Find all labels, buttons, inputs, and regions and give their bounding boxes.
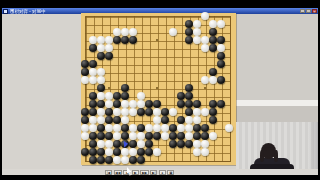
stone-black[interactable] [177,116,185,124]
nav-button-1[interactable]: |◀ [105,170,112,175]
stone-white[interactable] [161,124,169,132]
stone-white[interactable] [129,148,137,156]
stone-white[interactable] [105,124,113,132]
nav-button-4[interactable]: ▶ [132,170,139,175]
stone-black[interactable] [97,148,105,156]
stone-white[interactable] [169,108,177,116]
nav-button-row: |◀◀◀◀▶▶▶▶|●▣ [105,170,174,175]
stone-black[interactable] [89,132,97,140]
stone-white[interactable] [113,108,121,116]
stone-black[interactable] [81,68,89,76]
stone-black[interactable] [153,100,161,108]
stone-black[interactable] [129,140,137,148]
stone-black[interactable] [105,156,113,164]
window-title: 围棋对弈 - 对局中 [10,9,46,14]
stone-black[interactable] [169,140,177,148]
stone-black[interactable] [177,140,185,148]
stone-white[interactable] [97,92,105,100]
stone-black[interactable] [89,148,97,156]
stone-white[interactable] [153,108,161,116]
stone-white[interactable] [97,108,105,116]
stone-white[interactable] [129,124,137,132]
stone-black[interactable] [113,116,121,124]
webcam-hair-right [274,150,278,162]
stone-white[interactable] [153,124,161,132]
stone-white[interactable] [105,140,113,148]
stone-white[interactable] [137,132,145,140]
stone-black[interactable] [105,116,113,124]
stone-black[interactable] [89,92,97,100]
stone-black[interactable] [81,116,89,124]
stone-white[interactable] [185,132,193,140]
app-icon [3,9,8,14]
stone-white[interactable] [105,148,113,156]
board-stones-grid[interactable] [81,12,233,164]
stone-black[interactable] [81,108,89,116]
stone-black[interactable] [185,36,193,44]
stone-white[interactable] [97,44,105,52]
stone-white[interactable] [193,36,201,44]
stone-black[interactable] [89,140,97,148]
hoshi-point [156,39,158,41]
stone-black[interactable] [105,108,113,116]
stone-black[interactable] [97,100,105,108]
stone-white[interactable] [201,148,209,156]
stone-white[interactable] [97,140,105,148]
nav-button-6[interactable]: ▶| [150,170,157,175]
stone-white[interactable] [169,28,177,36]
stone-white[interactable] [113,124,121,132]
stone-white[interactable] [201,108,209,116]
stone-black[interactable] [217,52,225,60]
app-window: |◀◀◀◀▶▶▶▶|●▣ [2,14,318,175]
nav-button-5[interactable]: ▶▶ [140,170,148,175]
stone-white[interactable] [105,36,113,44]
stone-white[interactable] [113,156,121,164]
stone-black[interactable] [97,124,105,132]
stone-black[interactable] [209,108,217,116]
stone-white[interactable] [89,36,97,44]
maximize-button[interactable]: □ [306,9,311,14]
stone-black[interactable] [89,108,97,116]
stone-black[interactable] [137,124,145,132]
stone-black[interactable] [185,100,193,108]
webcam-overlay [236,122,318,175]
stone-white[interactable] [193,140,201,148]
stone-black[interactable] [209,116,217,124]
stone-white[interactable] [161,132,169,140]
stone-white[interactable] [209,76,217,84]
stone-white[interactable] [137,92,145,100]
stone-black[interactable] [193,124,201,132]
stone-white[interactable] [145,124,153,132]
stone-white[interactable] [137,100,145,108]
stone-black[interactable] [217,36,225,44]
stone-black[interactable] [97,132,105,140]
video-frame: 围棋对弈 - 对局中 ─ □ ✕ |◀◀◀◀▶▶▶▶|●▣ [0,0,320,180]
stone-white[interactable] [201,76,209,84]
stone-black[interactable] [97,156,105,164]
stone-white[interactable] [81,124,89,132]
stone-black[interactable] [129,36,137,44]
stone-black[interactable] [177,100,185,108]
hoshi-point [108,87,110,89]
stone-black[interactable] [209,100,217,108]
stone-black[interactable] [169,124,177,132]
stone-black[interactable] [193,100,201,108]
stone-black[interactable] [185,140,193,148]
stone-white[interactable] [193,148,201,156]
stone-white[interactable] [105,44,113,52]
stone-black[interactable] [145,108,153,116]
stone-white[interactable] [201,36,209,44]
stone-white[interactable] [121,100,129,108]
stone-white[interactable] [105,92,113,100]
stone-black[interactable] [97,84,105,92]
stone-white[interactable] [193,28,201,36]
close-button[interactable]: ✕ [312,9,317,14]
stone-black[interactable] [89,156,97,164]
stone-white[interactable] [225,124,233,132]
stone-black[interactable] [81,148,89,156]
stone-black[interactable] [121,36,129,44]
stone-white[interactable] [121,108,129,116]
stone-white[interactable] [97,76,105,84]
stone-white[interactable] [81,76,89,84]
stone-black[interactable] [185,28,193,36]
stone-white[interactable] [97,36,105,44]
stone-black[interactable] [153,132,161,140]
stone-black[interactable] [113,36,121,44]
panel-strip-lower [236,106,318,122]
stone-black[interactable] [121,84,129,92]
stone-white[interactable] [129,132,137,140]
stone-black[interactable] [89,100,97,108]
stone-black[interactable] [97,52,105,60]
stone-white[interactable] [81,132,89,140]
letterbox-top [0,0,320,8]
stone-black[interactable] [89,44,97,52]
stone-black[interactable] [137,108,145,116]
stone-black[interactable] [113,140,121,148]
stone-white[interactable] [129,28,137,36]
stone-white[interactable] [201,44,209,52]
stone-white[interactable] [121,156,129,164]
hoshi-point [156,87,158,89]
stone-white[interactable] [89,68,97,76]
stone-white[interactable] [105,100,113,108]
stone-black[interactable] [201,124,209,132]
stone-black[interactable] [105,132,113,140]
stone-black[interactable] [209,44,217,52]
nav-button-7[interactable]: ● [159,170,166,175]
stone-white[interactable] [121,148,129,156]
stone-white[interactable] [209,20,217,28]
stone-black[interactable] [217,60,225,68]
stone-white[interactable] [217,44,225,52]
stone-black[interactable] [129,156,137,164]
stone-black[interactable] [81,60,89,68]
stone-black[interactable] [145,148,153,156]
stone-black[interactable] [185,92,193,100]
nav-button-2[interactable]: ◀◀ [114,170,122,175]
hoshi-point [204,87,206,89]
stone-black[interactable] [185,84,193,92]
stone-black[interactable] [121,124,129,132]
stone-black[interactable] [185,20,193,28]
stone-black[interactable] [105,52,113,60]
minimize-button[interactable]: ─ [300,9,305,14]
stone-black[interactable] [121,92,129,100]
webcam-hair-left [260,150,264,162]
stone-black[interactable] [185,108,193,116]
stone-black[interactable] [169,132,177,140]
stone-black[interactable] [145,100,153,108]
stone-white[interactable] [97,68,105,76]
stone-black[interactable] [209,36,217,44]
stone-white[interactable] [113,132,121,140]
stone-white[interactable] [137,140,145,148]
stone-black[interactable] [217,100,225,108]
stone-black[interactable] [145,140,153,148]
stone-white[interactable] [89,124,97,132]
stone-white[interactable] [153,116,161,124]
stone-black[interactable] [137,148,145,156]
stone-white[interactable] [185,116,193,124]
stone-black[interactable] [209,68,217,76]
nav-button-8[interactable]: ▣ [167,170,174,175]
stone-black[interactable] [137,156,145,164]
stone-white[interactable] [129,108,137,116]
stone-white[interactable] [185,124,193,132]
stone-white[interactable] [121,116,129,124]
stone-black[interactable] [209,28,217,36]
stone-black[interactable] [161,116,169,124]
stone-white[interactable] [193,116,201,124]
stone-black[interactable] [113,100,121,108]
letterbox-bottom [0,175,320,180]
stone-black[interactable] [177,92,185,100]
stone-black[interactable] [145,132,153,140]
stone-white[interactable] [113,28,121,36]
stone-black[interactable] [193,132,201,140]
stone-black[interactable] [201,132,209,140]
stone-white[interactable] [209,132,217,140]
go-board[interactable] [81,13,236,165]
window-controls: ─ □ ✕ [300,9,317,14]
stone-white[interactable] [89,116,97,124]
stone-white[interactable] [89,76,97,84]
stone-white[interactable] [217,20,225,28]
stone-black[interactable] [217,76,225,84]
stone-black[interactable] [113,148,121,156]
stone-black[interactable] [161,108,169,116]
stone-black[interactable] [121,132,129,140]
webcam-wall-shade [308,122,318,175]
stone-white[interactable] [129,100,137,108]
stone-black[interactable] [89,60,97,68]
stone-black[interactable] [113,92,121,100]
stone-white[interactable] [97,116,105,124]
stone-white[interactable] [121,28,129,36]
stone-white[interactable] [193,108,201,116]
stone-white[interactable] [193,20,201,28]
stone-white[interactable] [177,124,185,132]
stone-black[interactable] [177,132,185,140]
stone-white[interactable] [153,148,161,156]
stone-white[interactable] [201,12,209,20]
stone-white[interactable] [201,140,209,148]
webcam-person-fringe [264,147,274,151]
